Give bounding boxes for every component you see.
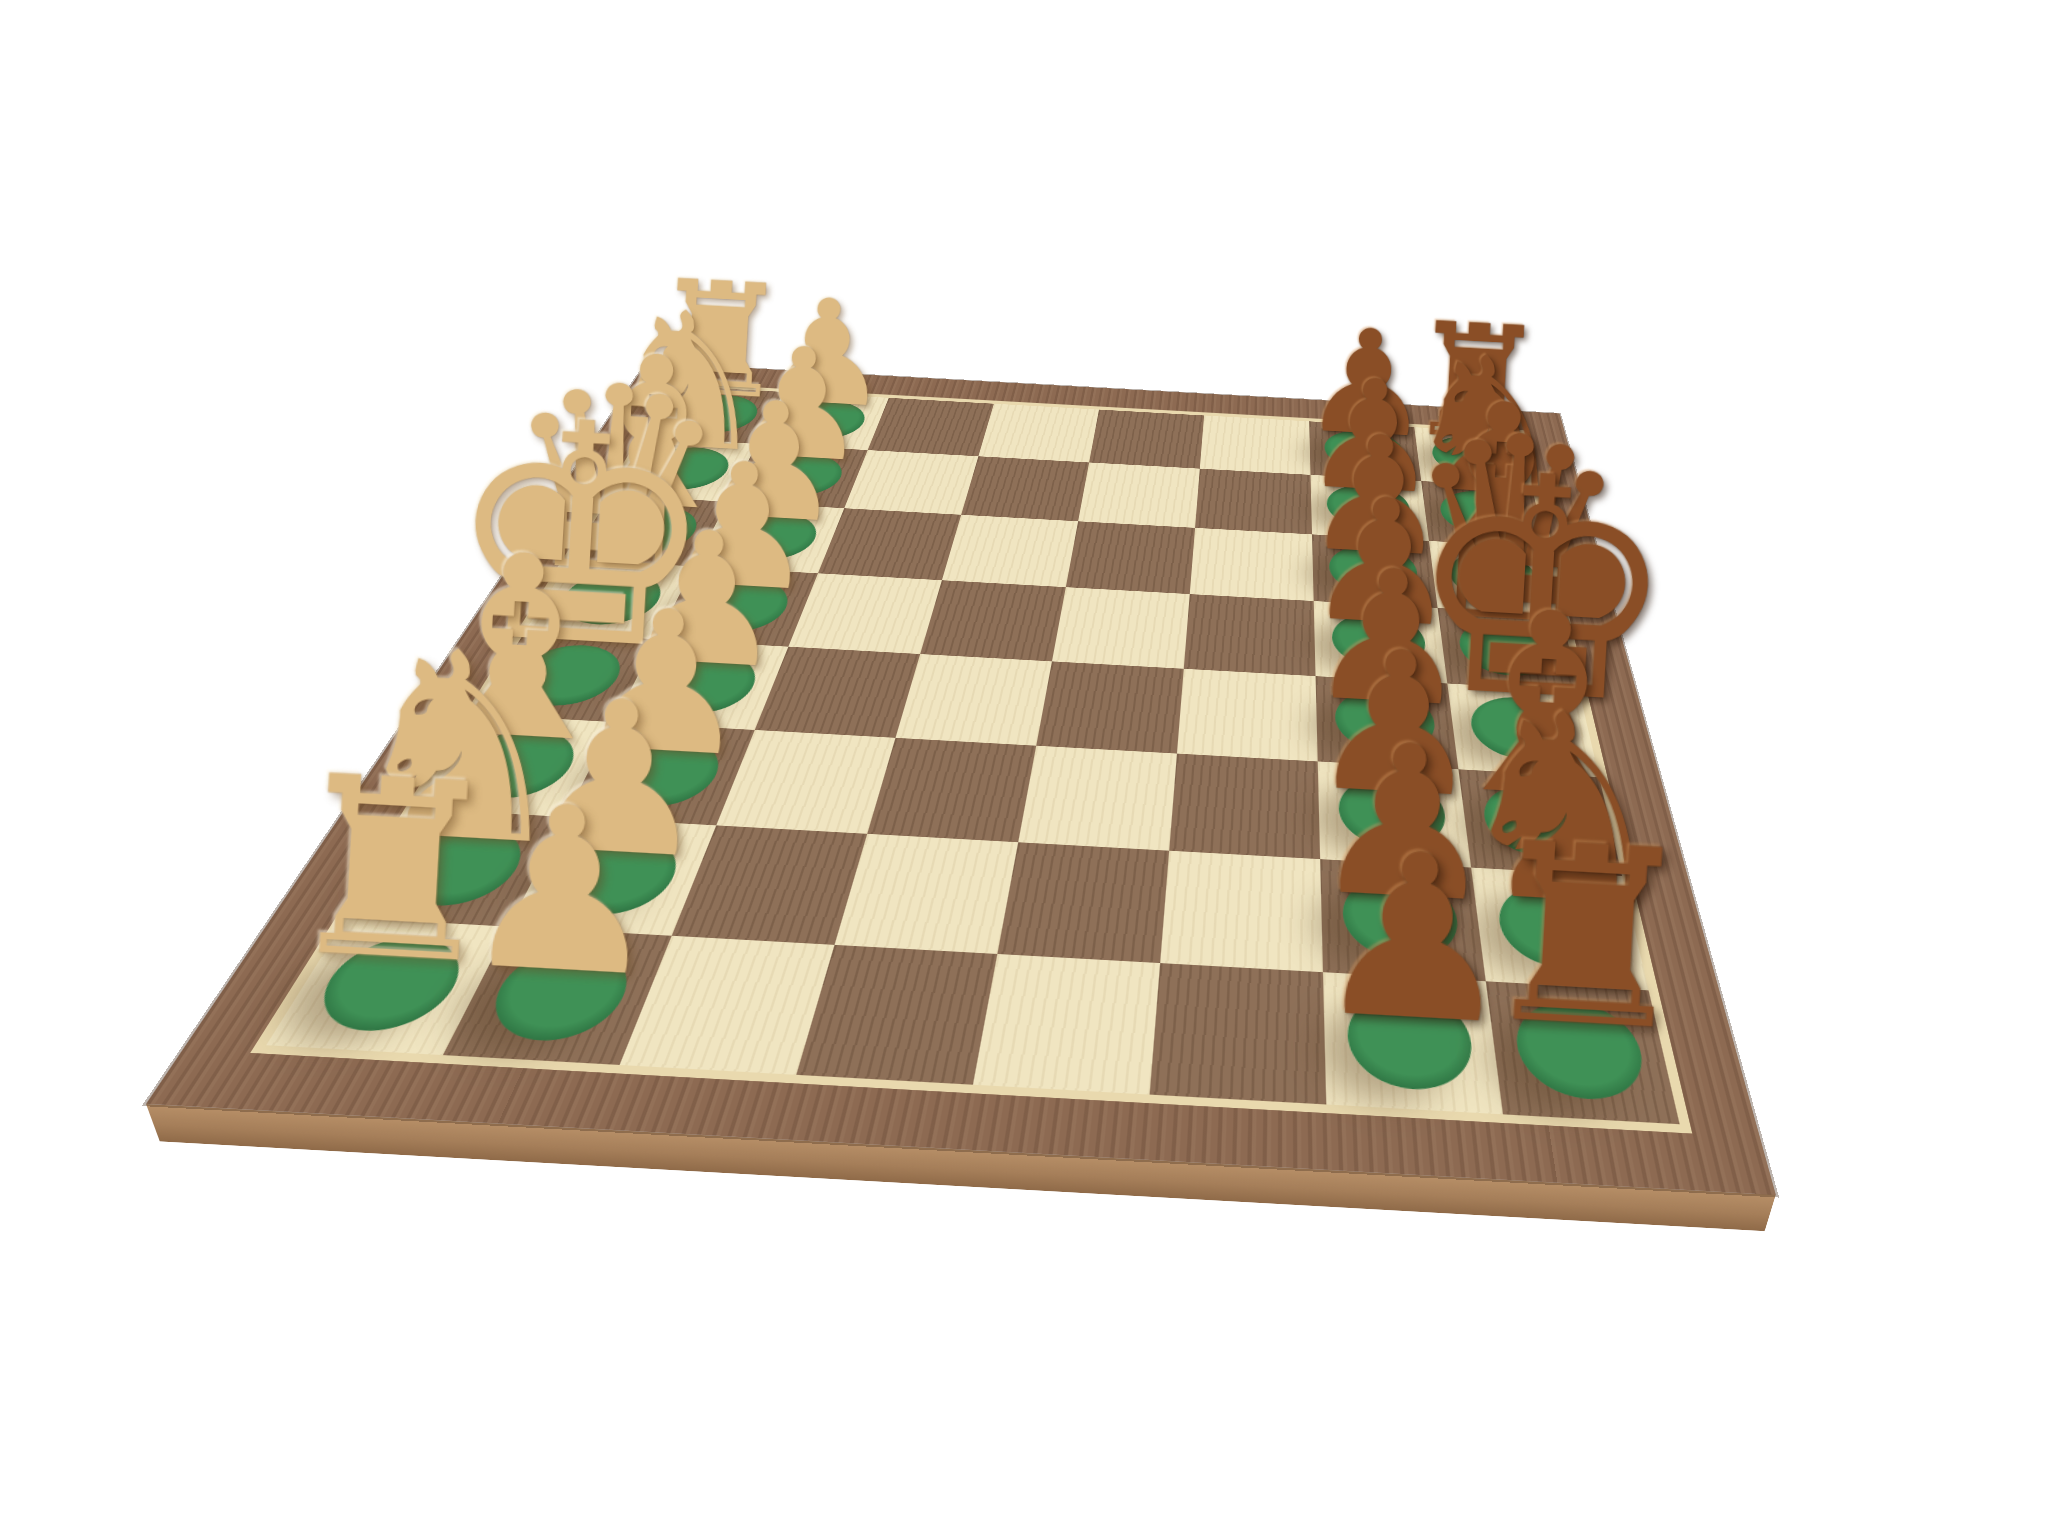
square-e4[interactable]: [895, 654, 1051, 746]
perspective-scene: ♜♞♝♛♚♝♞♜♟♟♟♟♟♟♟♟♟♟♟♟♟♟♟♟♜♞♝♛♚♝♞♜: [0, 0, 2048, 1535]
square-b4[interactable]: [961, 456, 1089, 521]
square-a5[interactable]: [1089, 410, 1204, 469]
piece-black-rook-h8[interactable]: ♜: [1426, 807, 1750, 1070]
square-d4[interactable]: [920, 580, 1066, 661]
square-h5[interactable]: [973, 954, 1160, 1095]
chess-board: ♜♞♝♛♚♝♞♜♟♟♟♟♟♟♟♟♟♟♟♟♟♟♟♟♜♞♝♛♚♝♞♜: [146, 362, 1776, 1195]
square-a4[interactable]: [978, 404, 1099, 463]
square-b5[interactable]: [1078, 462, 1200, 527]
square-e5[interactable]: [1036, 661, 1184, 753]
square-g5[interactable]: [997, 842, 1169, 963]
piece-white-pawn-h2[interactable]: ♟: [402, 768, 725, 1011]
square-g4[interactable]: [835, 834, 1019, 954]
square-d5[interactable]: [1052, 587, 1190, 669]
square-c5[interactable]: [1066, 521, 1195, 594]
square-c4[interactable]: [942, 515, 1078, 587]
square-f5[interactable]: [1018, 746, 1177, 851]
square-f4[interactable]: [867, 738, 1036, 842]
camera-roll-wrapper: ♜♞♝♛♚♝♞♜♟♟♟♟♟♟♟♟♟♟♟♟♟♟♟♟♜♞♝♛♚♝♞♜: [0, 0, 2048, 1535]
chess-set-photo: ♜♞♝♛♚♝♞♜♟♟♟♟♟♟♟♟♟♟♟♟♟♟♟♟♜♞♝♛♚♝♞♜: [0, 0, 2048, 1535]
